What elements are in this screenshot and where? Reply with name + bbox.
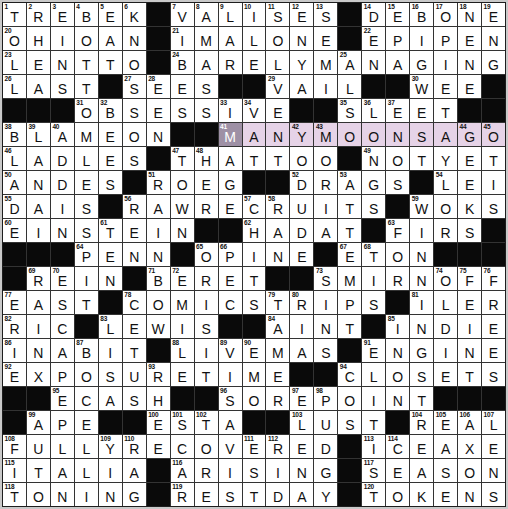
cell-r19c8[interactable]: C (171, 435, 194, 458)
cell-r7c3[interactable]: D (51, 147, 74, 170)
cell-r1c17[interactable]: 15E (386, 3, 409, 26)
cell-r7c8[interactable]: 47T (171, 147, 194, 170)
cell-r1c6[interactable]: 6K (123, 3, 146, 26)
cell-r9c13[interactable]: U (290, 195, 313, 218)
cell-r19c1[interactable]: 108F (3, 435, 26, 458)
cell-r2c12[interactable]: O (266, 27, 289, 50)
cell-r21c9[interactable]: E (195, 483, 218, 506)
cell-r12c2[interactable]: 69R (27, 267, 50, 290)
cell-r6c10[interactable]: 41M (219, 123, 242, 146)
cell-r8c5[interactable]: S (99, 171, 122, 194)
cell-r3c8[interactable]: 24B (171, 51, 194, 74)
cell-r7c16[interactable]: 49N (362, 147, 385, 170)
cell-r10c20[interactable]: S (458, 219, 481, 242)
cell-r1c8[interactable]: 7V (171, 3, 194, 26)
cell-r10c5[interactable]: 61T (99, 219, 122, 242)
cell-r3c1[interactable]: 23L (3, 51, 26, 74)
cell-r12c8[interactable]: 72E (171, 267, 194, 290)
cell-r13c21[interactable]: R (482, 291, 505, 314)
cell-r17c13[interactable]: 97E (290, 387, 313, 410)
cell-r14c5[interactable]: 83L (99, 315, 122, 338)
cell-r3c16[interactable]: N (362, 51, 385, 74)
cell-r18c9[interactable]: 102T (195, 411, 218, 434)
cell-r2c13[interactable]: N (290, 27, 313, 50)
cell-r17c11[interactable]: O (243, 387, 266, 410)
cell-r10c13[interactable]: D (290, 219, 313, 242)
cell-r1c13[interactable]: 12E (290, 3, 313, 26)
cell-r15c11[interactable]: 90E (243, 339, 266, 362)
cell-r2c5[interactable]: A (99, 27, 122, 50)
cell-r13c11[interactable]: S (243, 291, 266, 314)
cell-r20c18[interactable]: A (410, 459, 433, 482)
cell-r21c6[interactable]: G (123, 483, 146, 506)
cell-r21c2[interactable]: O (27, 483, 50, 506)
cell-r3c3[interactable]: N (51, 51, 74, 74)
cell-r7c9[interactable]: 48H (195, 147, 218, 170)
cell-r7c21[interactable]: T (482, 147, 505, 170)
cell-r1c18[interactable]: 16B (410, 3, 433, 26)
cell-r6c7[interactable]: N (147, 123, 170, 146)
cell-r9c19[interactable]: O (434, 195, 457, 218)
cell-r4c6[interactable]: 27S (123, 75, 146, 98)
cell-r8c7[interactable]: 51R (147, 171, 170, 194)
cell-r10c7[interactable]: I (147, 219, 170, 242)
cell-r2c20[interactable]: E (458, 27, 481, 50)
cell-r15c9[interactable]: I (195, 339, 218, 362)
cell-r10c17[interactable]: 63F (386, 219, 409, 242)
cell-r9c7[interactable]: A (147, 195, 170, 218)
cell-r18c14[interactable]: U (314, 411, 337, 434)
cell-r13c1[interactable]: 77E (3, 291, 26, 314)
cell-r14c13[interactable]: I (290, 315, 313, 338)
cell-r7c1[interactable]: 46L (3, 147, 26, 170)
cell-r20c16[interactable]: 117S (362, 459, 385, 482)
cell-r6c18[interactable]: S (410, 123, 433, 146)
cell-r3c4[interactable]: T (75, 51, 98, 74)
cell-r13c15[interactable]: P (338, 291, 361, 314)
cell-r18c20[interactable]: 106A (458, 411, 481, 434)
cell-r1c2[interactable]: 2R (27, 3, 50, 26)
cell-r13c20[interactable]: E (458, 291, 481, 314)
cell-r16c3[interactable]: P (51, 363, 74, 386)
cell-r4c9[interactable]: S (195, 75, 218, 98)
cell-r7c5[interactable]: E (99, 147, 122, 170)
cell-r21c17[interactable]: O (386, 483, 409, 506)
cell-r9c6[interactable]: 56R (123, 195, 146, 218)
cell-r18c21[interactable]: 107L (482, 411, 505, 434)
cell-r16c5[interactable]: S (99, 363, 122, 386)
cell-r6c21[interactable]: 45O (482, 123, 505, 146)
cell-r9c9[interactable]: R (195, 195, 218, 218)
cell-r2c4[interactable]: O (75, 27, 98, 50)
cell-r19c18[interactable]: E (410, 435, 433, 458)
cell-r8c21[interactable]: I (482, 171, 505, 194)
cell-r8c13[interactable]: 52D (290, 171, 313, 194)
cell-r6c17[interactable]: N (386, 123, 409, 146)
cell-r21c4[interactable]: I (75, 483, 98, 506)
cell-r7c2[interactable]: A (27, 147, 50, 170)
cell-r21c11[interactable]: T (243, 483, 266, 506)
cell-r7c4[interactable]: L (75, 147, 98, 170)
cell-r14c8[interactable]: I (171, 315, 194, 338)
cell-r1c1[interactable]: 1T (3, 3, 26, 26)
cell-r6c13[interactable]: 42Y (290, 123, 313, 146)
cell-r18c15[interactable]: S (338, 411, 361, 434)
cell-r11c15[interactable]: 67E (338, 243, 361, 266)
cell-r20c12[interactable]: I (266, 459, 289, 482)
cell-r13c19[interactable]: L (434, 291, 457, 314)
cell-r20c19[interactable]: S (434, 459, 457, 482)
cell-r15c14[interactable]: S (314, 339, 337, 362)
cell-r6c20[interactable]: 44G (458, 123, 481, 146)
cell-r3c14[interactable]: M (314, 51, 337, 74)
cell-r21c18[interactable]: K (410, 483, 433, 506)
cell-r20c5[interactable]: I (99, 459, 122, 482)
cell-r14c7[interactable]: W (147, 315, 170, 338)
cell-r8c19[interactable]: 54L (434, 171, 457, 194)
cell-r18c2[interactable]: 99A (27, 411, 50, 434)
cell-r17c3[interactable]: 95E (51, 387, 74, 410)
cell-r2c1[interactable]: 20O (3, 27, 26, 50)
cell-r14c12[interactable]: 84A (266, 315, 289, 338)
cell-r14c6[interactable]: E (123, 315, 146, 338)
cell-r3c13[interactable]: Y (290, 51, 313, 74)
cell-r16c9[interactable]: T (195, 363, 218, 386)
cell-r10c6[interactable]: E (123, 219, 146, 242)
cell-r5c12[interactable]: E (266, 99, 289, 122)
cell-r9c20[interactable]: K (458, 195, 481, 218)
cell-r5c8[interactable]: S (171, 99, 194, 122)
cell-r15c5[interactable]: I (99, 339, 122, 362)
cell-r9c3[interactable]: I (51, 195, 74, 218)
cell-r5c18[interactable]: E (410, 99, 433, 122)
cell-r20c3[interactable]: A (51, 459, 74, 482)
cell-r9c2[interactable]: A (27, 195, 50, 218)
cell-r20c4[interactable]: L (75, 459, 98, 482)
cell-r9c4[interactable]: S (75, 195, 98, 218)
cell-r21c10[interactable]: S (219, 483, 242, 506)
cell-r8c15[interactable]: 53A (338, 171, 361, 194)
cell-r14c21[interactable]: E (482, 315, 505, 338)
cell-r14c15[interactable]: T (338, 315, 361, 338)
cell-r13c12[interactable]: 79T (266, 291, 289, 314)
cell-r6c3[interactable]: 40A (51, 123, 74, 146)
cell-r13c16[interactable]: S (362, 291, 385, 314)
cell-r21c19[interactable]: E (434, 483, 457, 506)
cell-r13c6[interactable]: 78C (123, 291, 146, 314)
cell-r2c16[interactable]: 22E (362, 27, 385, 50)
cell-r21c21[interactable]: S (482, 483, 505, 506)
cell-r7c6[interactable]: S (123, 147, 146, 170)
cell-r18c4[interactable]: E (75, 411, 98, 434)
cell-r17c18[interactable]: T (410, 387, 433, 410)
cell-r19c9[interactable]: O (195, 435, 218, 458)
cell-r19c5[interactable]: 109Y (99, 435, 122, 458)
cell-r21c16[interactable]: 120T (362, 483, 385, 506)
cell-r17c5[interactable]: A (99, 387, 122, 410)
cell-r14c19[interactable]: D (434, 315, 457, 338)
cell-r2c11[interactable]: L (243, 27, 266, 50)
cell-r15c20[interactable]: N (458, 339, 481, 362)
cell-r5c4[interactable]: 31O (75, 99, 98, 122)
cell-r5c17[interactable]: 37E (386, 99, 409, 122)
cell-r21c12[interactable]: D (266, 483, 289, 506)
cell-r16c4[interactable]: O (75, 363, 98, 386)
cell-r17c15[interactable]: O (338, 387, 361, 410)
cell-r10c15[interactable]: T (338, 219, 361, 242)
cell-r20c10[interactable]: I (219, 459, 242, 482)
cell-r3c6[interactable]: O (123, 51, 146, 74)
cell-r11c13[interactable]: E (290, 243, 313, 266)
cell-r15c16[interactable]: 91E (362, 339, 385, 362)
cell-r21c3[interactable]: N (51, 483, 74, 506)
cell-r18c18[interactable]: 104R (410, 411, 433, 434)
cell-r1c12[interactable]: 11S (266, 3, 289, 26)
cell-r12c3[interactable]: 70E (51, 267, 74, 290)
cell-r16c18[interactable]: S (410, 363, 433, 386)
cell-r15c19[interactable]: I (434, 339, 457, 362)
cell-r12c19[interactable]: 74O (434, 267, 457, 290)
cell-r6c16[interactable]: O (362, 123, 385, 146)
cell-r8c20[interactable]: E (458, 171, 481, 194)
cell-r16c20[interactable]: T (458, 363, 481, 386)
cell-r9c15[interactable]: T (338, 195, 361, 218)
cell-r20c21[interactable]: N (482, 459, 505, 482)
cell-r16c19[interactable]: E (434, 363, 457, 386)
cell-r13c2[interactable]: A (27, 291, 50, 314)
cell-r1c21[interactable]: 19E (482, 3, 505, 26)
cell-r17c17[interactable]: N (386, 387, 409, 410)
cell-r2c17[interactable]: P (386, 27, 409, 50)
cell-r17c16[interactable]: I (362, 387, 385, 410)
cell-r12c10[interactable]: E (219, 267, 242, 290)
cell-r4c3[interactable]: S (51, 75, 74, 98)
cell-r15c4[interactable]: 87B (75, 339, 98, 362)
cell-r1c5[interactable]: 5E (99, 3, 122, 26)
cell-r18c16[interactable]: T (362, 411, 385, 434)
cell-r1c20[interactable]: 18N (458, 3, 481, 26)
cell-r17c6[interactable]: S (123, 387, 146, 410)
cell-r2c6[interactable]: N (123, 27, 146, 50)
cell-r16c7[interactable]: 93R (147, 363, 170, 386)
cell-r12c11[interactable]: T (243, 267, 266, 290)
cell-r12c18[interactable]: N (410, 267, 433, 290)
cell-r21c5[interactable]: N (99, 483, 122, 506)
cell-r15c2[interactable]: N (27, 339, 50, 362)
cell-r3c20[interactable]: N (458, 51, 481, 74)
cell-r20c17[interactable]: E (386, 459, 409, 482)
cell-r5c5[interactable]: 32B (99, 99, 122, 122)
cell-r15c8[interactable]: 88L (171, 339, 194, 362)
cell-r11c9[interactable]: 65O (195, 243, 218, 266)
cell-r4c12[interactable]: 29V (266, 75, 289, 98)
cell-r2c2[interactable]: H (27, 27, 50, 50)
cell-r19c20[interactable]: X (458, 435, 481, 458)
cell-r13c18[interactable]: 81I (410, 291, 433, 314)
cell-r19c10[interactable]: V (219, 435, 242, 458)
cell-r3c10[interactable]: R (219, 51, 242, 74)
cell-r3c19[interactable]: I (434, 51, 457, 74)
cell-r11c6[interactable]: N (123, 243, 146, 266)
cell-r5c10[interactable]: 33I (219, 99, 242, 122)
cell-r16c21[interactable]: S (482, 363, 505, 386)
cell-r15c18[interactable]: G (410, 339, 433, 362)
cell-r4c18[interactable]: 30W (410, 75, 433, 98)
cell-r9c21[interactable]: S (482, 195, 505, 218)
cell-r3c9[interactable]: A (195, 51, 218, 74)
cell-r20c9[interactable]: R (195, 459, 218, 482)
cell-r9c16[interactable]: S (362, 195, 385, 218)
cell-r8c17[interactable]: S (386, 171, 409, 194)
cell-r13c14[interactable]: I (314, 291, 337, 314)
cell-r5c9[interactable]: S (195, 99, 218, 122)
cell-r19c21[interactable]: E (482, 435, 505, 458)
cell-r12c17[interactable]: R (386, 267, 409, 290)
cell-r15c12[interactable]: M (266, 339, 289, 362)
cell-r12c21[interactable]: 76F (482, 267, 505, 290)
cell-r7c20[interactable]: E (458, 147, 481, 170)
cell-r18c8[interactable]: 101S (171, 411, 194, 434)
cell-r5c15[interactable]: 35S (338, 99, 361, 122)
cell-r6c12[interactable]: N (266, 123, 289, 146)
cell-r10c11[interactable]: 62H (243, 219, 266, 242)
cell-r18c3[interactable]: P (51, 411, 74, 434)
cell-r3c2[interactable]: E (27, 51, 50, 74)
cell-r15c10[interactable]: 89V (219, 339, 242, 362)
cell-r6c4[interactable]: M (75, 123, 98, 146)
cell-r21c8[interactable]: 119R (171, 483, 194, 506)
cell-r14c14[interactable]: N (314, 315, 337, 338)
cell-r14c1[interactable]: 82R (3, 315, 26, 338)
cell-r1c19[interactable]: 17O (434, 3, 457, 26)
cell-r20c11[interactable]: S (243, 459, 266, 482)
cell-r11c16[interactable]: 68T (362, 243, 385, 266)
cell-r12c20[interactable]: 75F (458, 267, 481, 290)
cell-r13c3[interactable]: S (51, 291, 74, 314)
cell-r7c18[interactable]: T (410, 147, 433, 170)
cell-r8c16[interactable]: G (362, 171, 385, 194)
cell-r13c4[interactable]: T (75, 291, 98, 314)
cell-r1c10[interactable]: 9L (219, 3, 242, 26)
cell-r11c11[interactable]: I (243, 243, 266, 266)
cell-r14c20[interactable]: I (458, 315, 481, 338)
cell-r6c2[interactable]: 39L (27, 123, 50, 146)
cell-r3c21[interactable]: G (482, 51, 505, 74)
cell-r18c7[interactable]: 100E (147, 411, 170, 434)
cell-r1c3[interactable]: 3E (51, 3, 74, 26)
cell-r19c11[interactable]: 111E (243, 435, 266, 458)
cell-r16c15[interactable]: 94C (338, 363, 361, 386)
cell-r9c11[interactable]: 57C (243, 195, 266, 218)
cell-r6c1[interactable]: 38B (3, 123, 26, 146)
cell-r8c10[interactable]: G (219, 171, 242, 194)
cell-r10c3[interactable]: N (51, 219, 74, 242)
cell-r19c17[interactable]: 114C (386, 435, 409, 458)
cell-r6c6[interactable]: O (123, 123, 146, 146)
cell-r15c1[interactable]: 86I (3, 339, 26, 362)
cell-r16c12[interactable]: E (266, 363, 289, 386)
cell-r16c1[interactable]: 92E (3, 363, 26, 386)
cell-r12c7[interactable]: 71B (147, 267, 170, 290)
cell-r2c18[interactable]: I (410, 27, 433, 50)
cell-r16c17[interactable]: O (386, 363, 409, 386)
cell-r11c4[interactable]: 64P (75, 243, 98, 266)
cell-r10c4[interactable]: S (75, 219, 98, 242)
cell-r2c9[interactable]: M (195, 27, 218, 50)
cell-r19c2[interactable]: U (27, 435, 50, 458)
cell-r10c12[interactable]: A (266, 219, 289, 242)
cell-r1c16[interactable]: 14D (362, 3, 385, 26)
cell-r19c13[interactable]: E (290, 435, 313, 458)
cell-r15c21[interactable]: E (482, 339, 505, 362)
cell-r13c7[interactable]: O (147, 291, 170, 314)
cell-r14c3[interactable]: C (51, 315, 74, 338)
cell-r17c10[interactable]: 96S (219, 387, 242, 410)
cell-r17c12[interactable]: R (266, 387, 289, 410)
cell-r6c14[interactable]: 43M (314, 123, 337, 146)
cell-r8c4[interactable]: E (75, 171, 98, 194)
cell-r16c11[interactable]: M (243, 363, 266, 386)
cell-r11c12[interactable]: N (266, 243, 289, 266)
cell-r8c2[interactable]: N (27, 171, 50, 194)
cell-r21c14[interactable]: Y (314, 483, 337, 506)
cell-r17c4[interactable]: C (75, 387, 98, 410)
cell-r7c19[interactable]: Y (434, 147, 457, 170)
cell-r1c9[interactable]: 8A (195, 3, 218, 26)
cell-r13c13[interactable]: 80R (290, 291, 313, 314)
cell-r11c17[interactable]: O (386, 243, 409, 266)
cell-r5c16[interactable]: 36L (362, 99, 385, 122)
cell-r11c10[interactable]: 66P (219, 243, 242, 266)
cell-r7c10[interactable]: A (219, 147, 242, 170)
cell-r2c14[interactable]: E (314, 27, 337, 50)
cell-r16c16[interactable]: L (362, 363, 385, 386)
cell-r2c21[interactable]: N (482, 27, 505, 50)
cell-r12c5[interactable]: N (99, 267, 122, 290)
cell-r16c10[interactable]: I (219, 363, 242, 386)
cell-r4c8[interactable]: E (171, 75, 194, 98)
cell-r15c17[interactable]: N (386, 339, 409, 362)
cell-r6c19[interactable]: A (434, 123, 457, 146)
cell-r18c19[interactable]: 105E (434, 411, 457, 434)
cell-r5c19[interactable]: T (434, 99, 457, 122)
cell-r4c19[interactable]: E (434, 75, 457, 98)
cell-r2c10[interactable]: A (219, 27, 242, 50)
cell-r10c14[interactable]: A (314, 219, 337, 242)
cell-r2c8[interactable]: 21I (171, 27, 194, 50)
cell-r8c9[interactable]: E (195, 171, 218, 194)
cell-r11c7[interactable]: N (147, 243, 170, 266)
cell-r15c3[interactable]: A (51, 339, 74, 362)
cell-r20c20[interactable]: O (458, 459, 481, 482)
cell-r20c8[interactable]: 116A (171, 459, 194, 482)
cell-r6c15[interactable]: O (338, 123, 361, 146)
cell-r4c15[interactable]: L (338, 75, 361, 98)
cell-r5c7[interactable]: E (147, 99, 170, 122)
cell-r7c13[interactable]: O (290, 147, 313, 170)
cell-r14c17[interactable]: 85I (386, 315, 409, 338)
cell-r1c4[interactable]: 4B (75, 3, 98, 26)
cell-r16c6[interactable]: U (123, 363, 146, 386)
cell-r18c13[interactable]: 103L (290, 411, 313, 434)
cell-r4c20[interactable]: E (458, 75, 481, 98)
cell-r8c1[interactable]: 50A (3, 171, 26, 194)
cell-r10c2[interactable]: I (27, 219, 50, 242)
cell-r7c12[interactable]: T (266, 147, 289, 170)
cell-r10c8[interactable]: N (171, 219, 194, 242)
cell-r2c3[interactable]: I (51, 27, 74, 50)
cell-r9c10[interactable]: E (219, 195, 242, 218)
